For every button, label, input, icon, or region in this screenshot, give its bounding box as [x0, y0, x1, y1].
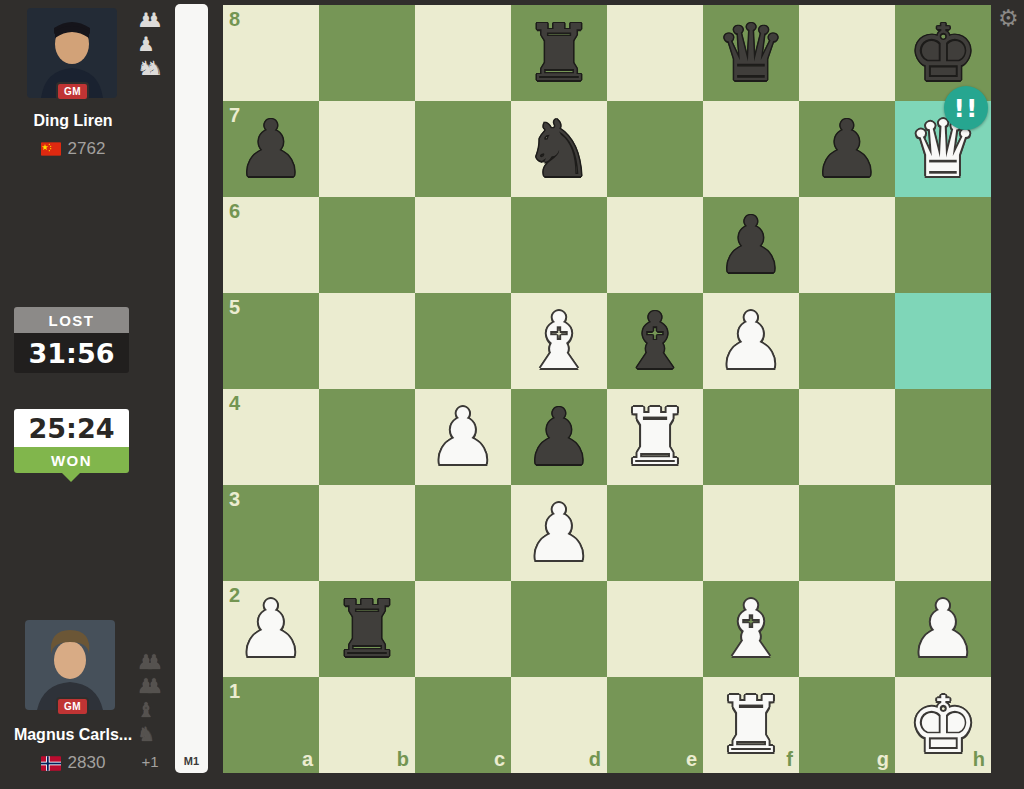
- rating-bottom: 2830: [68, 753, 106, 773]
- square-g2[interactable]: [799, 581, 895, 677]
- square-a5[interactable]: 5: [223, 293, 319, 389]
- square-a3[interactable]: 3: [223, 485, 319, 581]
- white-rook-f1[interactable]: ♜: [703, 677, 799, 773]
- clock-top: 31:56: [14, 333, 129, 373]
- square-b8[interactable]: [319, 5, 415, 101]
- white-pawn-a2[interactable]: ♟: [223, 581, 319, 677]
- square-e1[interactable]: e: [607, 677, 703, 773]
- square-d5[interactable]: ♝: [511, 293, 607, 389]
- square-a1[interactable]: 1a: [223, 677, 319, 773]
- black-knight-d7[interactable]: ♞: [511, 101, 607, 197]
- square-c2[interactable]: [415, 581, 511, 677]
- game-screen: GM Ding Liren 2762 ♟♟♟♞♞ LOST 31:56 25:2…: [0, 0, 1024, 789]
- square-b2[interactable]: ♜: [319, 581, 415, 677]
- square-c5[interactable]: [415, 293, 511, 389]
- captured-pieces-group: ♞: [137, 722, 163, 746]
- square-b1[interactable]: b: [319, 677, 415, 773]
- square-b3[interactable]: [319, 485, 415, 581]
- square-f3[interactable]: [703, 485, 799, 581]
- black-bishop-e5[interactable]: ♝: [607, 293, 703, 389]
- black-rook-d8[interactable]: ♜: [511, 5, 607, 101]
- square-c4[interactable]: ♟: [415, 389, 511, 485]
- eval-bar: M1: [175, 4, 208, 773]
- coord-rank-1: 1: [229, 680, 240, 703]
- square-c3[interactable]: [415, 485, 511, 581]
- square-g6[interactable]: [799, 197, 895, 293]
- square-g8[interactable]: [799, 5, 895, 101]
- white-pawn-d3[interactable]: ♟: [511, 485, 607, 581]
- square-b6[interactable]: [319, 197, 415, 293]
- square-h5[interactable]: [895, 293, 991, 389]
- player-name-bottom[interactable]: Magnus Carls...: [0, 726, 148, 744]
- clock-pointer: [62, 473, 80, 482]
- white-bishop-d5[interactable]: ♝: [511, 293, 607, 389]
- rating-row-top: 2762: [0, 139, 148, 159]
- square-d6[interactable]: [511, 197, 607, 293]
- captured-pieces-group: ♟: [137, 32, 163, 56]
- square-d8[interactable]: ♜: [511, 5, 607, 101]
- player-name-top[interactable]: Ding Liren: [0, 112, 148, 130]
- white-king-h1[interactable]: ♚: [895, 677, 991, 773]
- chess-board: 8♜♛♚7♟♞♟♛!!6♟5♝♝♟4♟♟♜3♟2♟♜♝♟1abcdef♜gh♚: [223, 5, 991, 773]
- square-d1[interactable]: d: [511, 677, 607, 773]
- square-b5[interactable]: [319, 293, 415, 389]
- captured-pieces-bottom: ♟♟♟♟♝♞: [137, 650, 163, 746]
- square-g4[interactable]: [799, 389, 895, 485]
- square-f2[interactable]: ♝: [703, 581, 799, 677]
- result-badge-lost: LOST: [14, 307, 129, 333]
- black-pawn-g7[interactable]: ♟: [799, 101, 895, 197]
- square-f1[interactable]: f♜: [703, 677, 799, 773]
- square-e6[interactable]: [607, 197, 703, 293]
- square-g3[interactable]: [799, 485, 895, 581]
- square-g5[interactable]: [799, 293, 895, 389]
- eval-label: M1: [175, 755, 208, 767]
- coord-file-b: b: [397, 748, 409, 771]
- square-e8[interactable]: [607, 5, 703, 101]
- black-pawn-d4[interactable]: ♟: [511, 389, 607, 485]
- square-d3[interactable]: ♟: [511, 485, 607, 581]
- coord-file-g: g: [877, 748, 889, 771]
- square-g7[interactable]: ♟: [799, 101, 895, 197]
- captured-pieces-top: ♟♟♟♞♞: [137, 8, 163, 80]
- coord-file-a: a: [302, 748, 313, 771]
- coord-rank-8: 8: [229, 8, 240, 31]
- coord-rank-3: 3: [229, 488, 240, 511]
- gm-badge-bottom: GM: [56, 697, 89, 716]
- square-a2[interactable]: 2♟: [223, 581, 319, 677]
- flag-china-icon: [41, 142, 61, 156]
- square-e7[interactable]: [607, 101, 703, 197]
- black-pawn-a7[interactable]: ♟: [223, 101, 319, 197]
- captured-pieces-group: ♞♞: [137, 56, 163, 80]
- square-h3[interactable]: [895, 485, 991, 581]
- white-pawn-c4[interactable]: ♟: [415, 389, 511, 485]
- square-c1[interactable]: c: [415, 677, 511, 773]
- coord-file-e: e: [686, 748, 697, 771]
- captured-pieces-group: ♟♟: [137, 8, 163, 32]
- rating-row-bottom: 2830: [0, 753, 148, 773]
- settings-gear-icon[interactable]: ⚙: [998, 5, 1019, 31]
- square-a6[interactable]: 6: [223, 197, 319, 293]
- square-f7[interactable]: [703, 101, 799, 197]
- square-a8[interactable]: 8: [223, 5, 319, 101]
- brilliant-move-badge: !!: [944, 86, 988, 130]
- square-c8[interactable]: [415, 5, 511, 101]
- square-h8[interactable]: ♚: [895, 5, 991, 101]
- square-c6[interactable]: [415, 197, 511, 293]
- square-d4[interactable]: ♟: [511, 389, 607, 485]
- square-e3[interactable]: [607, 485, 703, 581]
- square-f8[interactable]: ♛: [703, 5, 799, 101]
- captured-pieces-group: ♟♟: [137, 650, 163, 674]
- black-rook-b2[interactable]: ♜: [319, 581, 415, 677]
- square-d7[interactable]: ♞: [511, 101, 607, 197]
- clock-bottom: 25:24: [14, 409, 129, 447]
- square-e4[interactable]: ♜: [607, 389, 703, 485]
- gm-badge-top: GM: [56, 82, 89, 101]
- black-pawn-f6[interactable]: ♟: [703, 197, 799, 293]
- white-rook-e4[interactable]: ♜: [607, 389, 703, 485]
- square-a7[interactable]: 7♟: [223, 101, 319, 197]
- coord-rank-6: 6: [229, 200, 240, 223]
- square-f4[interactable]: [703, 389, 799, 485]
- material-advantage: +1: [133, 753, 167, 770]
- square-e5[interactable]: ♝: [607, 293, 703, 389]
- white-pawn-f5[interactable]: ♟: [703, 293, 799, 389]
- captured-pieces-group: ♝: [137, 698, 163, 722]
- flag-norway-icon: [41, 756, 61, 771]
- coord-file-c: c: [494, 748, 505, 771]
- result-badge-won: WON: [14, 447, 129, 473]
- square-f6[interactable]: ♟: [703, 197, 799, 293]
- rating-top: 2762: [68, 139, 106, 159]
- black-queen-f8[interactable]: ♛: [703, 5, 799, 101]
- square-c7[interactable]: [415, 101, 511, 197]
- square-a4[interactable]: 4: [223, 389, 319, 485]
- white-bishop-f2[interactable]: ♝: [703, 581, 799, 677]
- square-b7[interactable]: [319, 101, 415, 197]
- square-h6[interactable]: [895, 197, 991, 293]
- square-b4[interactable]: [319, 389, 415, 485]
- square-h2[interactable]: ♟: [895, 581, 991, 677]
- square-f5[interactable]: ♟: [703, 293, 799, 389]
- square-e2[interactable]: [607, 581, 703, 677]
- white-pawn-h2[interactable]: ♟: [895, 581, 991, 677]
- coord-rank-4: 4: [229, 392, 240, 415]
- coord-rank-5: 5: [229, 296, 240, 319]
- captured-pieces-group: ♟♟: [137, 674, 163, 698]
- coord-file-d: d: [589, 748, 601, 771]
- square-g1[interactable]: g: [799, 677, 895, 773]
- square-h4[interactable]: [895, 389, 991, 485]
- square-d2[interactable]: [511, 581, 607, 677]
- black-king-h8[interactable]: ♚: [895, 5, 991, 101]
- square-h1[interactable]: h♚: [895, 677, 991, 773]
- square-h7[interactable]: ♛!!: [895, 101, 991, 197]
